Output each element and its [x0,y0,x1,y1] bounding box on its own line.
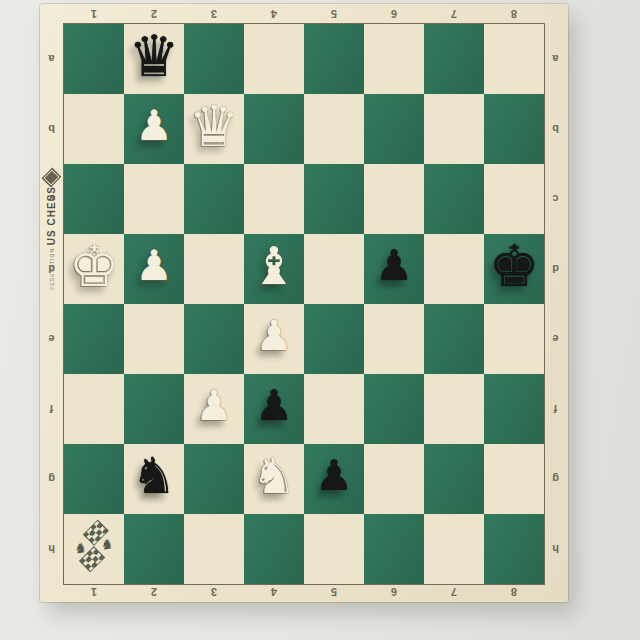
square-h2[interactable] [124,514,184,584]
square-a7[interactable] [424,24,484,94]
piece-black-pawn-f4[interactable]: ♟ [255,385,293,427]
file-label-d: d [545,234,566,304]
rank-label-6: 6 [364,583,424,601]
file-label-e: e [545,304,566,374]
square-g8[interactable] [484,444,544,514]
square-c3[interactable] [184,164,244,234]
square-b2[interactable]: ♟ [124,94,184,164]
corner-logo-diamond: ♞ ♞ [68,520,121,573]
rank-label-8: 8 [484,583,544,601]
us-chess-federation-text: FEDERATION [49,248,55,290]
square-a2[interactable]: ♛ [124,24,184,94]
piece-black-pawn-g5[interactable]: ♟ [315,455,353,497]
file-label-b: b [545,94,566,164]
rank-label-7: 7 [424,5,484,23]
file-label-b: b [41,94,62,164]
square-f2[interactable] [124,374,184,444]
square-c2[interactable] [124,164,184,234]
square-a5[interactable] [304,24,364,94]
photo-background: 12345678 12345678 abcdefgh abcdefgh ♛♟♛♚… [0,0,640,640]
square-c6[interactable] [364,164,424,234]
square-b3[interactable]: ♛ [184,94,244,164]
square-c7[interactable] [424,164,484,234]
file-label-f: f [41,374,62,444]
square-g4[interactable]: ♞ [244,444,304,514]
square-h3[interactable] [184,514,244,584]
square-b7[interactable] [424,94,484,164]
piece-white-bishop-d4[interactable]: ♝ [251,240,298,292]
board-grid: ♛♟♛♚♟♝♟♚♟♟♟♞♞♟ [64,24,544,584]
square-f6[interactable] [364,374,424,444]
square-b5[interactable] [304,94,364,164]
rank-label-1: 1 [64,583,124,601]
us-chess-side-logo: US CHESS FEDERATION [40,172,63,332]
square-a4[interactable] [244,24,304,94]
square-e7[interactable] [424,304,484,374]
square-f7[interactable] [424,374,484,444]
square-d8[interactable]: ♚ [484,234,544,304]
square-f4[interactable]: ♟ [244,374,304,444]
rank-labels-top: 12345678 [64,5,544,23]
rank-label-5: 5 [304,5,364,23]
square-f1[interactable] [64,374,124,444]
file-label-h: h [545,514,566,584]
square-e5[interactable] [304,304,364,374]
piece-white-pawn-d2[interactable]: ♟ [135,245,173,287]
square-b6[interactable] [364,94,424,164]
piece-white-pawn-f3[interactable]: ♟ [195,385,233,427]
square-c4[interactable] [244,164,304,234]
piece-white-queen-b3[interactable]: ♛ [188,98,239,155]
logo-knight-icon: ♞ [97,534,118,555]
rank-label-6: 6 [364,5,424,23]
rank-label-5: 5 [304,583,364,601]
square-d1[interactable]: ♚ [64,234,124,304]
file-label-c: c [545,164,566,234]
square-h4[interactable] [244,514,304,584]
square-g6[interactable] [364,444,424,514]
square-g5[interactable]: ♟ [304,444,364,514]
square-b1[interactable] [64,94,124,164]
chess-mat: 12345678 12345678 abcdefgh abcdefgh ♛♟♛♚… [40,4,568,602]
piece-white-pawn-e4[interactable]: ♟ [255,315,293,357]
square-h6[interactable] [364,514,424,584]
square-g7[interactable] [424,444,484,514]
file-label-f: f [545,374,566,444]
piece-white-pawn-b2[interactable]: ♟ [135,105,173,147]
piece-black-king-d8[interactable]: ♚ [488,238,539,295]
rank-label-3: 3 [184,5,244,23]
square-g1[interactable] [64,444,124,514]
file-label-a: a [41,24,62,94]
file-label-a: a [545,24,566,94]
us-chess-text: US CHESS [46,186,57,245]
square-g3[interactable] [184,444,244,514]
square-d7[interactable] [424,234,484,304]
rank-label-1: 1 [64,5,124,23]
square-h5[interactable] [304,514,364,584]
file-label-h: h [41,514,62,584]
rank-label-7: 7 [424,583,484,601]
file-label-g: g [545,444,566,514]
file-labels-right: abcdefgh [545,24,566,584]
square-g2[interactable]: ♞ [124,444,184,514]
square-b8[interactable] [484,94,544,164]
square-e4[interactable]: ♟ [244,304,304,374]
rank-label-2: 2 [124,583,184,601]
square-d4[interactable]: ♝ [244,234,304,304]
piece-white-king-d1[interactable]: ♚ [68,238,119,295]
square-c8[interactable] [484,164,544,234]
rank-labels-bottom: 12345678 [64,583,544,601]
rank-label-2: 2 [124,5,184,23]
square-e6[interactable] [364,304,424,374]
square-a1[interactable] [64,24,124,94]
us-chess-corner-logo: ♞ ♞ [72,516,116,576]
square-c1[interactable] [64,164,124,234]
rank-label-3: 3 [184,583,244,601]
square-b4[interactable] [244,94,304,164]
square-e2[interactable] [124,304,184,374]
square-a8[interactable] [484,24,544,94]
logo-knight-icon: ♞ [70,537,91,558]
square-h7[interactable] [424,514,484,584]
piece-white-knight-g4[interactable]: ♞ [252,451,297,501]
square-d5[interactable] [304,234,364,304]
square-a3[interactable] [184,24,244,94]
piece-black-knight-g2[interactable]: ♞ [132,451,177,501]
square-d6[interactable]: ♟ [364,234,424,304]
square-h8[interactable] [484,514,544,584]
file-label-g: g [41,444,62,514]
square-e3[interactable] [184,304,244,374]
rank-label-8: 8 [484,5,544,23]
square-d3[interactable] [184,234,244,304]
square-e8[interactable] [484,304,544,374]
square-f5[interactable] [304,374,364,444]
piece-black-pawn-d6[interactable]: ♟ [375,245,413,287]
square-f8[interactable] [484,374,544,444]
rank-label-4: 4 [244,583,304,601]
square-a6[interactable] [364,24,424,94]
rank-label-4: 4 [244,5,304,23]
square-d2[interactable]: ♟ [124,234,184,304]
square-c5[interactable] [304,164,364,234]
piece-black-queen-a2[interactable]: ♛ [128,28,179,85]
us-chess-mini-diamond-icon [43,169,60,186]
square-e1[interactable] [64,304,124,374]
square-f3[interactable]: ♟ [184,374,244,444]
